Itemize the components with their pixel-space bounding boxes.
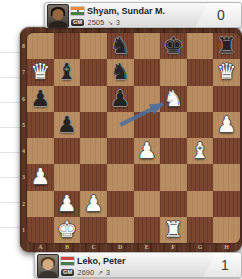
square-g2[interactable]: [187, 191, 214, 217]
file-label-D: D: [107, 243, 134, 252]
avatar-torso: [39, 271, 57, 278]
player-name: Shyam, Sundar M.: [87, 6, 165, 16]
square-g5[interactable]: [187, 112, 214, 138]
chess-board: 87654321 ABCDEFGH ♞♚♜♛♝♞♛♟♟♞♟♟♟♝♟♟♟♚♜: [20, 27, 242, 252]
gm-title-badge: GM: [61, 269, 74, 277]
white-pawn-b2[interactable]: ♟: [57, 193, 77, 215]
white-pawn-e4[interactable]: ♟: [137, 140, 157, 162]
square-f1[interactable]: ♜: [160, 217, 187, 243]
file-label-E: E: [134, 243, 161, 252]
square-b7[interactable]: ♝: [54, 59, 81, 85]
white-pawn-h5[interactable]: ♟: [217, 114, 237, 136]
file-label-F: F: [160, 243, 187, 252]
rank-label-2: 2: [20, 191, 27, 217]
square-d3[interactable]: [107, 164, 134, 190]
black-king-f8[interactable]: ♚: [164, 35, 184, 57]
avatar-face: [43, 259, 54, 270]
black-pawn-b5[interactable]: ♟: [57, 114, 77, 136]
trend-value: 3: [116, 19, 120, 26]
file-label-A: A: [27, 243, 54, 252]
square-e4[interactable]: ♟: [134, 138, 161, 164]
square-c3[interactable]: [80, 164, 107, 190]
square-f4[interactable]: [160, 138, 187, 164]
square-f8[interactable]: ♚: [160, 33, 187, 59]
square-d6[interactable]: ♟: [107, 86, 134, 112]
square-e8[interactable]: [134, 33, 161, 59]
player-rating: 2505: [87, 18, 104, 27]
player-bar-black[interactable]: Shyam, Sundar M. GM 2505 ↘ 3 0: [44, 2, 242, 28]
square-e1[interactable]: [134, 217, 161, 243]
square-d4[interactable]: [107, 138, 134, 164]
white-pawn-c2[interactable]: ♟: [84, 193, 104, 215]
square-c2[interactable]: ♟: [80, 191, 107, 217]
rank-label-4: 4: [20, 138, 27, 164]
white-bishop-g4[interactable]: ♝: [190, 140, 210, 162]
black-knight-d7[interactable]: ♞: [110, 61, 130, 83]
white-rook-f1[interactable]: ♜: [164, 219, 184, 241]
square-h5[interactable]: ♟: [213, 112, 240, 138]
square-d5[interactable]: [107, 112, 134, 138]
player-name: Leko, Peter: [77, 256, 126, 266]
square-c1[interactable]: [80, 217, 107, 243]
square-e7[interactable]: [134, 59, 161, 85]
square-e5[interactable]: [134, 112, 161, 138]
file-labels: ABCDEFGH: [27, 243, 240, 252]
square-f5[interactable]: [160, 112, 187, 138]
white-king-b1[interactable]: ♚: [57, 219, 77, 241]
square-h4[interactable]: [213, 138, 240, 164]
square-e6[interactable]: [134, 86, 161, 112]
square-b1[interactable]: ♚: [54, 217, 81, 243]
chakra-icon: [77, 10, 79, 12]
square-b5[interactable]: ♟: [54, 112, 81, 138]
flag-india-icon: [71, 7, 84, 15]
square-d8[interactable]: ♞: [107, 33, 134, 59]
white-queen-h7[interactable]: ♛: [217, 61, 237, 83]
player-avatar: [37, 254, 59, 278]
square-h3[interactable]: [213, 164, 240, 190]
trend-up-icon: ↗: [97, 269, 103, 277]
rank-label-1: 1: [20, 217, 27, 243]
background-list-panel: [0, 28, 21, 252]
rank-label-6: 6: [20, 86, 27, 112]
square-b6[interactable]: [54, 86, 81, 112]
white-pawn-a3[interactable]: ♟: [30, 166, 50, 188]
square-a6[interactable]: ♟: [27, 86, 54, 112]
square-b2[interactable]: ♟: [54, 191, 81, 217]
black-bishop-b7[interactable]: ♝: [57, 61, 77, 83]
player-bar-white[interactable]: Leko, Peter GM 2690 ↗ 3 1: [34, 252, 242, 278]
square-h6[interactable]: [213, 86, 240, 112]
gm-title-badge: GM: [71, 19, 84, 27]
broadcast-game-widget: 87654321 ABCDEFGH ♞♚♜♛♝♞♛♟♟♞♟♟♟♝♟♟♟♚♜ Sh…: [0, 0, 242, 279]
rank-label-8: 8: [20, 33, 27, 59]
square-g3[interactable]: [187, 164, 214, 190]
square-a2[interactable]: [27, 191, 54, 217]
rank-label-5: 5: [20, 112, 27, 138]
square-f6[interactable]: ♞: [160, 86, 187, 112]
square-h2[interactable]: [213, 191, 240, 217]
square-b3[interactable]: [54, 164, 81, 190]
trend-down-icon: ↘: [107, 19, 113, 27]
board-grid[interactable]: ♞♚♜♛♝♞♛♟♟♞♟♟♟♝♟♟♟♚♜: [27, 33, 240, 243]
file-label-C: C: [80, 243, 107, 252]
rank-label-7: 7: [20, 59, 27, 85]
square-f2[interactable]: [160, 191, 187, 217]
file-label-B: B: [54, 243, 81, 252]
square-g7[interactable]: [187, 59, 214, 85]
player-rating: 2690: [77, 268, 94, 277]
black-pawn-a6[interactable]: ♟: [30, 88, 50, 110]
rank-labels: 87654321: [20, 33, 27, 243]
white-queen-a7[interactable]: ♛: [30, 61, 50, 83]
square-c6[interactable]: [80, 86, 107, 112]
square-a5[interactable]: [27, 112, 54, 138]
square-h1[interactable]: [213, 217, 240, 243]
square-a4[interactable]: [27, 138, 54, 164]
square-e2[interactable]: [134, 191, 161, 217]
player-avatar: [47, 4, 69, 28]
square-c4[interactable]: [80, 138, 107, 164]
trend-value: 3: [106, 269, 110, 276]
square-b4[interactable]: [54, 138, 81, 164]
player-info: Shyam, Sundar M. GM 2505 ↘ 3: [71, 6, 165, 27]
file-label-H: H: [213, 243, 240, 252]
square-h8[interactable]: ♜: [213, 33, 240, 59]
black-pawn-d6[interactable]: ♟: [110, 88, 130, 110]
black-rook-h8[interactable]: ♜: [217, 35, 237, 57]
score-area: 0: [195, 3, 241, 27]
square-g4[interactable]: ♝: [187, 138, 214, 164]
square-e3[interactable]: [134, 164, 161, 190]
file-label-G: G: [187, 243, 214, 252]
square-a3[interactable]: ♟: [27, 164, 54, 190]
square-g1[interactable]: [187, 217, 214, 243]
square-c8[interactable]: [80, 33, 107, 59]
square-c7[interactable]: [80, 59, 107, 85]
square-g8[interactable]: [187, 33, 214, 59]
square-f3[interactable]: [160, 164, 187, 190]
black-knight-d8[interactable]: ♞: [110, 35, 130, 57]
square-f7[interactable]: [160, 59, 187, 85]
player-score: 0: [211, 7, 225, 23]
square-h7[interactable]: ♛: [213, 59, 240, 85]
white-knight-f6[interactable]: ♞: [164, 88, 184, 110]
square-d1[interactable]: [107, 217, 134, 243]
flag-hungary-icon: [61, 257, 74, 265]
square-g6[interactable]: [187, 86, 214, 112]
square-a8[interactable]: [27, 33, 54, 59]
square-b8[interactable]: [54, 33, 81, 59]
avatar-torso: [49, 21, 67, 28]
rank-label-3: 3: [20, 164, 27, 190]
square-a1[interactable]: [27, 217, 54, 243]
player-info: Leko, Peter GM 2690 ↗ 3: [61, 256, 126, 277]
square-c5[interactable]: [80, 112, 107, 138]
square-a7[interactable]: ♛: [27, 59, 54, 85]
player-score: 1: [215, 257, 229, 273]
score-area: 1: [203, 253, 241, 277]
square-d7[interactable]: ♞: [107, 59, 134, 85]
avatar-face: [53, 9, 64, 20]
square-d2[interactable]: [107, 191, 134, 217]
